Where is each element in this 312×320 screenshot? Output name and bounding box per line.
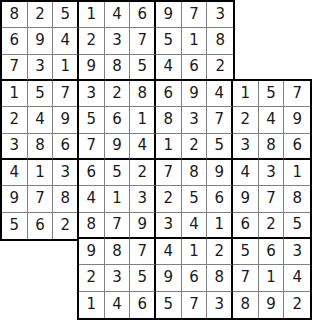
grid-b-cell-r6c5[interactable]: 4 <box>182 213 208 239</box>
grid-b-cell-r6c7[interactable]: 6 <box>233 213 259 239</box>
grid-b-cell-r6c8[interactable]: 2 <box>259 213 285 239</box>
grid-a-cell-r5c2[interactable]: 4 <box>28 107 54 133</box>
grid-b-cell-r2c5[interactable]: 3 <box>182 107 208 133</box>
grid-b-cell-r9c4[interactable]: 5 <box>156 292 182 318</box>
grid-a-cell-r3c6[interactable]: 5 <box>130 55 156 81</box>
grid-b-cell-r3c1[interactable]: 7 <box>79 134 105 160</box>
grid-b-cell-r6c1[interactable]: 8 <box>79 213 105 239</box>
grid-a-cell-r3c9[interactable]: 2 <box>207 55 233 81</box>
grid-b-cell-r7c8[interactable]: 6 <box>259 239 285 265</box>
grid-b-cell-r1c7[interactable]: 1 <box>233 81 259 107</box>
grid-b-cell-r7c4[interactable]: 4 <box>156 239 182 265</box>
grid-b-cell-r3c6[interactable]: 5 <box>207 134 233 160</box>
grid-b-cell-r2c9[interactable]: 9 <box>284 107 310 133</box>
grid-b-cell-r5c3[interactable]: 3 <box>130 186 156 212</box>
grid-b-cell-r1c2[interactable]: 2 <box>105 81 131 107</box>
grid-b-cell-r1c3[interactable]: 8 <box>130 81 156 107</box>
grid-a-cell-r1c8[interactable]: 7 <box>182 2 208 28</box>
grid-b-cell-r4c2[interactable]: 5 <box>105 160 131 186</box>
grid-a-cell-r7c3[interactable]: 3 <box>53 160 79 186</box>
grid-a-cell-r6c1[interactable]: 3 <box>2 134 28 160</box>
grid-a-cell-r9c3[interactable]: 2 <box>53 213 79 239</box>
grid-b-cell-r9c6[interactable]: 3 <box>207 292 233 318</box>
grid-a-cell-r2c7[interactable]: 5 <box>156 28 182 54</box>
grid-a-cell-r5c3[interactable]: 9 <box>53 107 79 133</box>
sudoku-board-b: 3286941575618372497941253866527894314132… <box>77 79 312 320</box>
grid-b-cell-r8c9[interactable]: 4 <box>284 265 310 291</box>
grid-a-cell-r7c2[interactable]: 1 <box>28 160 54 186</box>
grid-b-cell-r5c2[interactable]: 1 <box>105 186 131 212</box>
grid-b-cell-r3c4[interactable]: 1 <box>156 134 182 160</box>
grid-b-cell-r9c1[interactable]: 1 <box>79 292 105 318</box>
grid-a-cell-r5c1[interactable]: 2 <box>2 107 28 133</box>
grid-a-cell-r8c3[interactable]: 8 <box>53 186 79 212</box>
puzzle-canvas: 8251469736942375187319854621573286942495… <box>0 0 312 320</box>
grid-a-cell-r4c2[interactable]: 5 <box>28 81 54 107</box>
grid-a-cell-r8c2[interactable]: 7 <box>28 186 54 212</box>
grid-b-cell-r4c4[interactable]: 7 <box>156 160 182 186</box>
grid-a-cell-r3c3[interactable]: 1 <box>53 55 79 81</box>
grid-a-cell-r2c9[interactable]: 8 <box>207 28 233 54</box>
grid-b-cell-r4c5[interactable]: 8 <box>182 160 208 186</box>
grid-b-cell-r1c8[interactable]: 5 <box>259 81 285 107</box>
grid-b-cell-r3c9[interactable]: 6 <box>284 134 310 160</box>
grid-b-cell-r7c1[interactable]: 9 <box>79 239 105 265</box>
grid-b-cell-r7c6[interactable]: 2 <box>207 239 233 265</box>
grid-b-cell-r8c2[interactable]: 3 <box>105 265 131 291</box>
grid-b-cell-r9c3[interactable]: 6 <box>130 292 156 318</box>
grid-b-cell-r3c2[interactable]: 9 <box>105 134 131 160</box>
grid-b-cell-r9c2[interactable]: 4 <box>105 292 131 318</box>
grid-b-cell-r5c9[interactable]: 8 <box>284 186 310 212</box>
grid-b-cell-r5c6[interactable]: 6 <box>207 186 233 212</box>
grid-a-cell-r2c2[interactable]: 9 <box>28 28 54 54</box>
grid-b-cell-r7c9[interactable]: 3 <box>284 239 310 265</box>
grid-b-cell-r8c8[interactable]: 1 <box>259 265 285 291</box>
grid-a-cell-r2c3[interactable]: 4 <box>53 28 79 54</box>
grid-b-cell-r2c7[interactable]: 2 <box>233 107 259 133</box>
grid-b-cell-r5c1[interactable]: 4 <box>79 186 105 212</box>
grid-b-cell-r7c2[interactable]: 8 <box>105 239 131 265</box>
grid-b-cell-r2c1[interactable]: 5 <box>79 107 105 133</box>
grid-b-cell-r6c9[interactable]: 5 <box>284 213 310 239</box>
grid-a-cell-r2c1[interactable]: 6 <box>2 28 28 54</box>
grid-b-cell-r4c3[interactable]: 2 <box>130 160 156 186</box>
grid-b-cell-r9c9[interactable]: 2 <box>284 292 310 318</box>
grid-a-cell-r8c1[interactable]: 9 <box>2 186 28 212</box>
grid-b-cell-r8c5[interactable]: 6 <box>182 265 208 291</box>
grid-b-cell-r3c5[interactable]: 2 <box>182 134 208 160</box>
grid-a-cell-r1c3[interactable]: 5 <box>53 2 79 28</box>
grid-a-cell-r9c1[interactable]: 5 <box>2 213 28 239</box>
grid-b-cell-r8c4[interactable]: 9 <box>156 265 182 291</box>
grid-a-cell-r1c9[interactable]: 3 <box>207 2 233 28</box>
grid-b-cell-r2c3[interactable]: 1 <box>130 107 156 133</box>
grid-a-cell-r2c4[interactable]: 2 <box>79 28 105 54</box>
grid-a-cell-r3c5[interactable]: 8 <box>105 55 131 81</box>
grid-b-cell-r8c7[interactable]: 7 <box>233 265 259 291</box>
grid-b-cell-r3c8[interactable]: 8 <box>259 134 285 160</box>
grid-b-cell-r4c1[interactable]: 6 <box>79 160 105 186</box>
grid-b-cell-r7c3[interactable]: 7 <box>130 239 156 265</box>
grid-b-cell-r8c3[interactable]: 5 <box>130 265 156 291</box>
grid-a-cell-r3c1[interactable]: 7 <box>2 55 28 81</box>
grid-a-cell-r1c6[interactable]: 6 <box>130 2 156 28</box>
grid-a-cell-r1c1[interactable]: 8 <box>2 2 28 28</box>
grid-b-cell-r8c6[interactable]: 8 <box>207 265 233 291</box>
grid-b-cell-r4c8[interactable]: 3 <box>259 160 285 186</box>
grid-b-cell-r1c5[interactable]: 9 <box>182 81 208 107</box>
grid-a-cell-r3c8[interactable]: 6 <box>182 55 208 81</box>
grid-a-cell-r6c3[interactable]: 6 <box>53 134 79 160</box>
grid-b-cell-r1c6[interactable]: 4 <box>207 81 233 107</box>
grid-a-cell-r1c4[interactable]: 1 <box>79 2 105 28</box>
grid-b-cell-r1c4[interactable]: 6 <box>156 81 182 107</box>
grid-a-cell-r2c8[interactable]: 1 <box>182 28 208 54</box>
grid-b-cell-r5c4[interactable]: 2 <box>156 186 182 212</box>
grid-b-cell-r9c5[interactable]: 7 <box>182 292 208 318</box>
grid-b-cell-r9c7[interactable]: 8 <box>233 292 259 318</box>
grid-b-cell-r4c9[interactable]: 1 <box>284 160 310 186</box>
grid-a-cell-r2c5[interactable]: 3 <box>105 28 131 54</box>
grid-b-cell-r6c2[interactable]: 7 <box>105 213 131 239</box>
grid-a-cell-r3c7[interactable]: 4 <box>156 55 182 81</box>
grid-b-cell-r9c8[interactable]: 9 <box>259 292 285 318</box>
grid-a-cell-r3c2[interactable]: 3 <box>28 55 54 81</box>
grid-a-cell-r2c6[interactable]: 7 <box>130 28 156 54</box>
grid-b-cell-r7c5[interactable]: 1 <box>182 239 208 265</box>
grid-b-cell-r3c3[interactable]: 4 <box>130 134 156 160</box>
grid-a-cell-r1c7[interactable]: 9 <box>156 2 182 28</box>
grid-b-cell-r2c4[interactable]: 8 <box>156 107 182 133</box>
grid-b-cell-r2c2[interactable]: 6 <box>105 107 131 133</box>
grid-b-cell-r6c3[interactable]: 9 <box>130 213 156 239</box>
grid-b-cell-r7c7[interactable]: 5 <box>233 239 259 265</box>
grid-b-cell-r6c4[interactable]: 3 <box>156 213 182 239</box>
grid-a-cell-r9c2[interactable]: 6 <box>28 213 54 239</box>
grid-a-cell-r1c5[interactable]: 4 <box>105 2 131 28</box>
grid-a-cell-r7c1[interactable]: 4 <box>2 160 28 186</box>
grid-a-cell-r4c3[interactable]: 7 <box>53 81 79 107</box>
grid-b-cell-r4c6[interactable]: 9 <box>207 160 233 186</box>
grid-b-cell-r2c6[interactable]: 7 <box>207 107 233 133</box>
grid-b-cell-r6c6[interactable]: 1 <box>207 213 233 239</box>
grid-b-cell-r5c5[interactable]: 5 <box>182 186 208 212</box>
grid-a-cell-r1c2[interactable]: 2 <box>28 2 54 28</box>
grid-b-cell-r2c8[interactable]: 4 <box>259 107 285 133</box>
grid-a-cell-r6c2[interactable]: 8 <box>28 134 54 160</box>
grid-a-cell-r4c1[interactable]: 1 <box>2 81 28 107</box>
grid-b-cell-r1c1[interactable]: 3 <box>79 81 105 107</box>
grid-b-cell-r8c1[interactable]: 2 <box>79 265 105 291</box>
grid-b-cell-r5c8[interactable]: 7 <box>259 186 285 212</box>
grid-a-cell-r3c4[interactable]: 9 <box>79 55 105 81</box>
grid-b-cell-r5c7[interactable]: 9 <box>233 186 259 212</box>
grid-b-cell-r4c7[interactable]: 4 <box>233 160 259 186</box>
grid-b-cell-r3c7[interactable]: 3 <box>233 134 259 160</box>
grid-b-cell-r1c9[interactable]: 7 <box>284 81 310 107</box>
